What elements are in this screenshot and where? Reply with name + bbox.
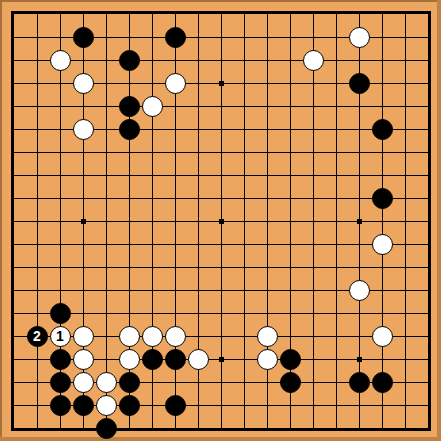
white-stone[interactable] [188,349,209,370]
move-number-label: 2 [33,329,41,343]
black-stone[interactable] [280,372,301,393]
black-stone[interactable] [372,119,393,140]
grid-line-vertical [382,14,383,428]
black-stone[interactable] [372,188,393,209]
black-stone[interactable] [50,303,71,324]
black-stone[interactable] [165,395,186,416]
grid-line-horizontal [14,244,428,245]
black-stone[interactable] [142,349,163,370]
white-stone[interactable] [73,349,94,370]
white-stone[interactable] [257,349,278,370]
black-stone[interactable] [73,395,94,416]
white-stone[interactable] [303,50,324,71]
go-board[interactable]: 21 [0,0,441,441]
white-stone[interactable] [349,27,370,48]
move-number-label: 1 [56,329,64,343]
white-stone[interactable] [372,234,393,255]
grid-line-horizontal [14,313,428,314]
black-stone[interactable] [119,395,140,416]
black-stone[interactable] [50,395,71,416]
black-stone[interactable] [119,119,140,140]
white-stone[interactable] [119,326,140,347]
grid-line-vertical [313,14,314,428]
white-stone[interactable] [50,50,71,71]
black-stone[interactable] [96,418,117,439]
star-point [219,219,224,224]
black-stone[interactable] [280,349,301,370]
black-stone[interactable] [165,27,186,48]
black-stone[interactable] [349,73,370,94]
black-stone[interactable] [119,372,140,393]
black-stone[interactable] [119,96,140,117]
grid-line-vertical [405,14,406,428]
black-stone[interactable] [73,27,94,48]
black-stone[interactable] [372,372,393,393]
white-stone[interactable] [142,326,163,347]
white-stone[interactable] [165,326,186,347]
white-stone-move-1[interactable]: 1 [50,326,71,347]
star-point [357,357,362,362]
white-stone[interactable] [96,372,117,393]
white-stone[interactable] [96,395,117,416]
star-point [219,81,224,86]
grid-line-horizontal [14,267,428,268]
white-stone[interactable] [73,73,94,94]
star-point [219,357,224,362]
star-point [81,219,86,224]
white-stone[interactable] [372,326,393,347]
star-point [357,219,362,224]
white-stone[interactable] [349,280,370,301]
black-stone[interactable] [50,349,71,370]
black-stone[interactable] [119,50,140,71]
white-stone[interactable] [165,73,186,94]
white-stone[interactable] [142,96,163,117]
white-stone[interactable] [119,349,140,370]
black-stone[interactable] [165,349,186,370]
white-stone[interactable] [73,372,94,393]
white-stone[interactable] [73,326,94,347]
white-stone[interactable] [257,326,278,347]
grid-line-vertical [336,14,337,428]
black-stone-move-2[interactable]: 2 [27,326,48,347]
white-stone[interactable] [73,119,94,140]
black-stone[interactable] [349,372,370,393]
black-stone[interactable] [50,372,71,393]
grid-line-vertical [244,14,245,428]
